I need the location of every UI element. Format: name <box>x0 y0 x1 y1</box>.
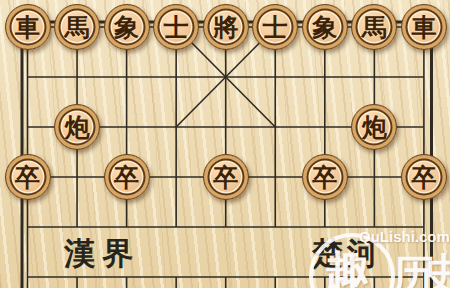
piece-象-2-0[interactable]: 象 <box>104 4 150 50</box>
piece-glyph: 士 <box>164 15 189 40</box>
piece-馬-1-0[interactable]: 馬 <box>54 4 100 50</box>
piece-glyph: 炮 <box>362 115 387 140</box>
piece-glyph: 卒 <box>411 165 436 190</box>
piece-glyph: 卒 <box>312 165 337 190</box>
piece-卒-8-3[interactable]: 卒 <box>401 154 447 200</box>
watermark-logo-char: 史 <box>423 246 450 288</box>
piece-glyph: 炮 <box>65 115 90 140</box>
piece-glyph: 卒 <box>114 165 139 190</box>
piece-卒-2-3[interactable]: 卒 <box>104 154 150 200</box>
piece-glyph: 馬 <box>362 15 387 40</box>
piece-卒-0-3[interactable]: 卒 <box>5 154 51 200</box>
piece-glyph: 將 <box>213 15 238 40</box>
river-label-hanjie: 漢界 <box>64 233 140 275</box>
piece-glyph: 卒 <box>213 165 238 190</box>
watermark-site-text: QuLishi.com <box>359 228 450 245</box>
piece-車-8-0[interactable]: 車 <box>401 4 447 50</box>
watermark-logo-char: 趣 <box>324 242 371 288</box>
xiangqi-board: 車馬象士將士象馬車炮炮卒卒卒卒卒 漢界 楚河 趣 历 史 QuLishi.com <box>0 0 450 288</box>
piece-卒-6-3[interactable]: 卒 <box>302 154 348 200</box>
piece-glyph: 車 <box>15 15 40 40</box>
piece-glyph: 車 <box>411 15 436 40</box>
piece-glyph: 馬 <box>65 15 90 40</box>
piece-glyph: 象 <box>312 15 337 40</box>
piece-炮-1-2[interactable]: 炮 <box>54 104 100 150</box>
piece-士-5-0[interactable]: 士 <box>252 4 298 50</box>
piece-glyph: 象 <box>114 15 139 40</box>
piece-卒-4-3[interactable]: 卒 <box>203 154 249 200</box>
piece-士-3-0[interactable]: 士 <box>153 4 199 50</box>
piece-glyph: 士 <box>263 15 288 40</box>
piece-車-0-0[interactable]: 車 <box>5 4 51 50</box>
piece-glyph: 卒 <box>15 165 40 190</box>
piece-象-6-0[interactable]: 象 <box>302 4 348 50</box>
piece-將-4-0[interactable]: 將 <box>203 4 249 50</box>
